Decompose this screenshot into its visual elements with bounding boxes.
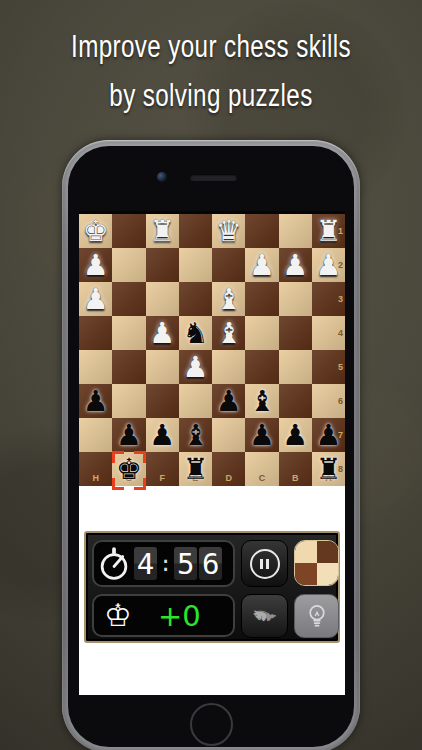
square-f6[interactable] — [146, 384, 179, 418]
marketing-headline: Improve your chess skills by solving puz… — [0, 22, 422, 120]
square-c3[interactable] — [245, 282, 278, 316]
square-d5[interactable] — [212, 350, 245, 384]
timer-digit-minutes: 4 — [134, 547, 157, 580]
piece-white-pawn-h3[interactable]: ♟ — [79, 282, 112, 316]
timer-digits: 4 : 5 6 — [133, 547, 223, 580]
file-label-b: B — [292, 473, 299, 483]
square-d6[interactable]: ♟ — [212, 384, 245, 418]
square-h2[interactable]: ♟ — [79, 248, 112, 282]
square-a8[interactable]: A8♜ — [312, 452, 345, 486]
piece-black-king-g8[interactable]: ♚ — [112, 452, 145, 486]
square-h3[interactable]: ♟ — [79, 282, 112, 316]
front-camera — [157, 172, 167, 182]
piece-black-pawn-g7[interactable]: ♟ — [112, 418, 145, 452]
score-value: +0 — [132, 599, 227, 633]
thumbnail-square-light-1 — [295, 541, 317, 563]
piece-white-pawn-e5[interactable]: ♟ — [179, 350, 212, 384]
square-d4[interactable]: ♝ — [212, 316, 245, 350]
piece-white-king-h1[interactable]: ♚ — [79, 214, 112, 248]
square-g6[interactable] — [112, 384, 145, 418]
file-label-h: H — [92, 473, 99, 483]
square-h6[interactable]: ♟ — [79, 384, 112, 418]
square-a7[interactable]: 7♟ — [312, 418, 345, 452]
square-g2[interactable] — [112, 248, 145, 282]
square-b4[interactable] — [279, 316, 312, 350]
square-f3[interactable] — [146, 282, 179, 316]
pause-icon — [250, 549, 280, 579]
piece-black-pawn-d6[interactable]: ♟ — [212, 384, 245, 418]
piece-black-bishop-c6[interactable]: ♝ — [245, 384, 278, 418]
square-c1[interactable] — [245, 214, 278, 248]
phone-frame: ♚♜♛1♜♟♟♟2♟♟♝3♟♞♝4♟5♟♟♝6♟♟♝♟♟7♟HG♚FE♜DCBA… — [62, 140, 360, 750]
square-h5[interactable] — [79, 350, 112, 384]
square-d8[interactable]: D — [212, 452, 245, 486]
square-b7[interactable]: ♟ — [279, 418, 312, 452]
square-b5[interactable] — [279, 350, 312, 384]
lightbulb-icon — [304, 602, 330, 630]
pause-button[interactable] — [241, 540, 288, 587]
fallen-pawn-icon: ♟ — [263, 609, 278, 623]
square-g8[interactable]: G♚ — [112, 452, 145, 486]
square-f5[interactable] — [146, 350, 179, 384]
square-c7[interactable]: ♟ — [245, 418, 278, 452]
square-b8[interactable]: B — [279, 452, 312, 486]
square-b3[interactable] — [279, 282, 312, 316]
speaker-grille — [190, 174, 237, 181]
piece-white-bishop-d3[interactable]: ♝ — [212, 282, 245, 316]
piece-white-pawn-f4[interactable]: ♟ — [146, 316, 179, 350]
piece-white-pawn-c2[interactable]: ♟ — [245, 248, 278, 282]
square-d2[interactable] — [212, 248, 245, 282]
thumbnail-square-dark-1 — [317, 541, 339, 563]
square-e2[interactable] — [179, 248, 212, 282]
square-b2[interactable]: ♟ — [279, 248, 312, 282]
square-g3[interactable] — [112, 282, 145, 316]
square-a5[interactable]: 5 — [312, 350, 345, 384]
square-d3[interactable]: ♝ — [212, 282, 245, 316]
square-b1[interactable] — [279, 214, 312, 248]
phone-screen: ♚♜♛1♜♟♟♟2♟♟♝3♟♞♝4♟5♟♟♝6♟♟♝♟♟7♟HG♚FE♜DCBA… — [79, 211, 345, 695]
piece-black-pawn-a7[interactable]: ♟ — [312, 418, 345, 452]
square-e3[interactable] — [179, 282, 212, 316]
piece-black-knight-e4[interactable]: ♞ — [179, 316, 212, 350]
piece-white-bishop-d4[interactable]: ♝ — [212, 316, 245, 350]
square-f8[interactable]: F — [146, 452, 179, 486]
square-e4[interactable]: ♞ — [179, 316, 212, 350]
piece-white-pawn-h2[interactable]: ♟ — [79, 248, 112, 282]
score-display: ♔ +0 — [92, 594, 235, 637]
timer-digit-seconds-ones: 6 — [199, 547, 222, 580]
thumbnail-square-dark-2 — [295, 563, 317, 585]
piece-white-pawn-b2[interactable]: ♟ — [279, 248, 312, 282]
square-a2[interactable]: 2♟ — [312, 248, 345, 282]
rank-label-6: 6 — [338, 396, 343, 406]
piece-black-pawn-h6[interactable]: ♟ — [79, 384, 112, 418]
square-d1[interactable]: ♛ — [212, 214, 245, 248]
board-theme-button[interactable] — [294, 540, 339, 586]
square-e8[interactable]: E♜ — [179, 452, 212, 486]
square-g5[interactable] — [112, 350, 145, 384]
square-g4[interactable] — [112, 316, 145, 350]
timer-display: 4 : 5 6 — [92, 540, 235, 587]
square-c5[interactable] — [245, 350, 278, 384]
piece-black-pawn-f7[interactable]: ♟ — [146, 418, 179, 452]
square-e5[interactable]: ♟ — [179, 350, 212, 384]
white-king-outline-icon: ♔ — [104, 600, 132, 631]
piece-white-rook-f1[interactable]: ♜ — [146, 214, 179, 248]
square-a3[interactable]: 3 — [312, 282, 345, 316]
square-h7[interactable] — [79, 418, 112, 452]
square-c2[interactable]: ♟ — [245, 248, 278, 282]
fallen-pieces-button[interactable]: ♞ ♟ — [241, 594, 288, 638]
square-f1[interactable]: ♜ — [146, 214, 179, 248]
square-f4[interactable]: ♟ — [146, 316, 179, 350]
headline-line-1: Improve your chess skills — [46, 22, 375, 71]
square-e6[interactable] — [179, 384, 212, 418]
piece-white-pawn-a2[interactable]: ♟ — [312, 248, 345, 282]
headline-line-2: by solving puzzles — [46, 71, 375, 120]
square-g7[interactable]: ♟ — [112, 418, 145, 452]
piece-black-pawn-b7[interactable]: ♟ — [279, 418, 312, 452]
home-button[interactable] — [190, 703, 233, 746]
square-f7[interactable]: ♟ — [146, 418, 179, 452]
square-a4[interactable]: 4 — [312, 316, 345, 350]
square-h1[interactable]: ♚ — [79, 214, 112, 248]
piece-white-rook-a1[interactable]: ♜ — [312, 214, 345, 248]
file-label-d: D — [225, 473, 232, 483]
piece-black-bishop-e7[interactable]: ♝ — [179, 418, 212, 452]
rank-label-4: 4 — [338, 328, 343, 338]
timer-colon: : — [159, 551, 172, 576]
square-e7[interactable]: ♝ — [179, 418, 212, 452]
thumbnail-square-light-2 — [317, 563, 339, 585]
square-f2[interactable] — [146, 248, 179, 282]
square-c6[interactable]: ♝ — [245, 384, 278, 418]
file-label-c: C — [259, 473, 266, 483]
square-b6[interactable] — [279, 384, 312, 418]
timer-digit-seconds-tens: 5 — [174, 547, 197, 580]
stopwatch-icon — [99, 547, 129, 581]
piece-black-rook-a8[interactable]: ♜ — [312, 452, 345, 486]
square-g1[interactable] — [112, 214, 145, 248]
rank-label-3: 3 — [338, 294, 343, 304]
square-a1[interactable]: 1♜ — [312, 214, 345, 248]
control-panel: 4 : 5 6 ♔ +0 — [84, 531, 340, 643]
square-a6[interactable]: 6 — [312, 384, 345, 418]
square-h8[interactable]: H — [79, 452, 112, 486]
square-e1[interactable] — [179, 214, 212, 248]
square-c4[interactable] — [245, 316, 278, 350]
file-label-f: F — [159, 473, 165, 483]
square-c8[interactable]: C — [245, 452, 278, 486]
hint-button[interactable] — [294, 594, 339, 638]
piece-black-pawn-c7[interactable]: ♟ — [245, 418, 278, 452]
piece-black-rook-e8[interactable]: ♜ — [179, 452, 212, 486]
rank-label-5: 5 — [338, 362, 343, 372]
chess-board: ♚♜♛1♜♟♟♟2♟♟♝3♟♞♝4♟5♟♟♝6♟♟♝♟♟7♟HG♚FE♜DCBA… — [79, 214, 345, 486]
square-d7[interactable] — [212, 418, 245, 452]
piece-white-queen-d1[interactable]: ♛ — [212, 214, 245, 248]
square-h4[interactable] — [79, 316, 112, 350]
